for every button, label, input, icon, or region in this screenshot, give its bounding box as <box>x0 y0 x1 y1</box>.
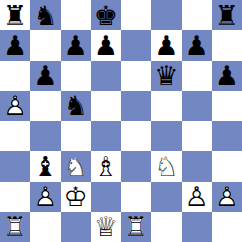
square-e7[interactable] <box>121 30 151 60</box>
black-pawn[interactable]: ♟ <box>151 30 181 60</box>
square-f8[interactable] <box>151 0 181 30</box>
square-g5[interactable] <box>182 91 212 121</box>
square-c7[interactable]: ♟ <box>61 30 91 60</box>
square-b8[interactable]: ♞ <box>30 0 60 30</box>
square-c2[interactable]: ♚♔ <box>61 182 91 212</box>
black-king-glyph: ♚ <box>91 0 121 30</box>
square-c1[interactable] <box>61 212 91 242</box>
square-f4[interactable] <box>151 121 181 151</box>
white-pawn[interactable]: ♟♙ <box>212 182 242 212</box>
square-b7[interactable] <box>30 30 60 60</box>
square-b5[interactable] <box>30 91 60 121</box>
black-rook-glyph: ♜ <box>0 0 30 30</box>
square-b2[interactable]: ♟♙ <box>30 182 60 212</box>
white-knight[interactable]: ♞♘ <box>61 151 91 181</box>
white-pawn[interactable]: ♟♙ <box>0 91 30 121</box>
white-rook[interactable]: ♜♖ <box>0 212 30 242</box>
square-e5[interactable] <box>121 91 151 121</box>
black-rook[interactable]: ♜ <box>0 0 30 30</box>
square-g4[interactable] <box>182 121 212 151</box>
square-d7[interactable]: ♟ <box>91 30 121 60</box>
white-knight-glyph: ♘ <box>151 151 181 181</box>
square-d6[interactable] <box>91 61 121 91</box>
black-knight-glyph: ♞ <box>61 91 91 121</box>
square-f5[interactable] <box>151 91 181 121</box>
square-d1[interactable]: ♛♕ <box>91 212 121 242</box>
square-c5[interactable]: ♞ <box>61 91 91 121</box>
square-a3[interactable] <box>0 151 30 181</box>
square-e3[interactable] <box>121 151 151 181</box>
white-bishop-glyph: ♗ <box>91 151 121 181</box>
square-a8[interactable]: ♜ <box>0 0 30 30</box>
black-pawn[interactable]: ♟ <box>212 61 242 91</box>
square-a4[interactable] <box>0 121 30 151</box>
square-h4[interactable] <box>212 121 242 151</box>
square-b6[interactable]: ♟ <box>30 61 60 91</box>
white-king[interactable]: ♚♔ <box>61 182 91 212</box>
black-bishop[interactable]: ♝ <box>30 151 60 181</box>
black-pawn-glyph: ♟ <box>151 30 181 60</box>
white-king-glyph: ♔ <box>61 182 91 212</box>
square-g8[interactable] <box>182 0 212 30</box>
black-pawn-glyph: ♟ <box>30 61 60 91</box>
black-pawn-glyph: ♟ <box>182 30 212 60</box>
square-c6[interactable] <box>61 61 91 91</box>
white-rook-glyph: ♖ <box>121 212 151 242</box>
square-e1[interactable]: ♜♖ <box>121 212 151 242</box>
square-f2[interactable] <box>151 182 181 212</box>
square-a5[interactable]: ♟♙ <box>0 91 30 121</box>
square-b3[interactable]: ♝ <box>30 151 60 181</box>
square-f3[interactable]: ♞♘ <box>151 151 181 181</box>
chessboard: ♜♞♚♜♟♟♟♟♟♟♛♟♟♙♞♝♞♘♝♗♞♘♟♙♚♔♟♙♟♙♜♖♛♕♜♖ <box>0 0 242 242</box>
square-c3[interactable]: ♞♘ <box>61 151 91 181</box>
square-h6[interactable]: ♟ <box>212 61 242 91</box>
square-h3[interactable] <box>212 151 242 181</box>
black-pawn-glyph: ♟ <box>212 61 242 91</box>
white-rook[interactable]: ♜♖ <box>121 212 151 242</box>
white-knight-glyph: ♘ <box>61 151 91 181</box>
square-c8[interactable] <box>61 0 91 30</box>
black-queen[interactable]: ♛ <box>151 61 181 91</box>
black-knight-glyph: ♞ <box>30 0 60 30</box>
square-h1[interactable] <box>212 212 242 242</box>
white-knight[interactable]: ♞♘ <box>151 151 181 181</box>
black-pawn[interactable]: ♟ <box>61 30 91 60</box>
square-d5[interactable] <box>91 91 121 121</box>
black-pawn[interactable]: ♟ <box>30 61 60 91</box>
white-pawn-glyph: ♙ <box>0 91 30 121</box>
square-h2[interactable]: ♟♙ <box>212 182 242 212</box>
square-e6[interactable] <box>121 61 151 91</box>
square-h5[interactable] <box>212 91 242 121</box>
square-a6[interactable] <box>0 61 30 91</box>
white-queen[interactable]: ♛♕ <box>91 212 121 242</box>
white-queen-glyph: ♕ <box>91 212 121 242</box>
square-f1[interactable] <box>151 212 181 242</box>
black-pawn-glyph: ♟ <box>61 30 91 60</box>
white-pawn[interactable]: ♟♙ <box>182 182 212 212</box>
square-g3[interactable] <box>182 151 212 181</box>
square-h8[interactable]: ♜ <box>212 0 242 30</box>
black-queen-glyph: ♛ <box>151 61 181 91</box>
white-pawn[interactable]: ♟♙ <box>30 182 60 212</box>
white-bishop[interactable]: ♝♗ <box>91 151 121 181</box>
black-pawn[interactable]: ♟ <box>182 30 212 60</box>
white-pawn-glyph: ♙ <box>182 182 212 212</box>
square-a2[interactable] <box>0 182 30 212</box>
square-e2[interactable] <box>121 182 151 212</box>
square-h7[interactable] <box>212 30 242 60</box>
square-g1[interactable] <box>182 212 212 242</box>
square-b4[interactable] <box>30 121 60 151</box>
black-rook-glyph: ♜ <box>212 0 242 30</box>
white-rook-glyph: ♖ <box>0 212 30 242</box>
black-pawn-glyph: ♟ <box>91 30 121 60</box>
square-d3[interactable]: ♝♗ <box>91 151 121 181</box>
black-knight[interactable]: ♞ <box>61 91 91 121</box>
black-king[interactable]: ♚ <box>91 0 121 30</box>
square-b1[interactable] <box>30 212 60 242</box>
square-g6[interactable] <box>182 61 212 91</box>
square-f7[interactable]: ♟ <box>151 30 181 60</box>
white-pawn-glyph: ♙ <box>30 182 60 212</box>
black-rook[interactable]: ♜ <box>212 0 242 30</box>
square-d8[interactable]: ♚ <box>91 0 121 30</box>
square-d2[interactable] <box>91 182 121 212</box>
square-a7[interactable]: ♟ <box>0 30 30 60</box>
black-pawn[interactable]: ♟ <box>0 30 30 60</box>
black-pawn-glyph: ♟ <box>0 30 30 60</box>
black-knight[interactable]: ♞ <box>30 0 60 30</box>
white-pawn-glyph: ♙ <box>212 182 242 212</box>
square-c4[interactable] <box>61 121 91 151</box>
square-e4[interactable] <box>121 121 151 151</box>
square-e8[interactable] <box>121 0 151 30</box>
square-f6[interactable]: ♛ <box>151 61 181 91</box>
square-g2[interactable]: ♟♙ <box>182 182 212 212</box>
square-g7[interactable]: ♟ <box>182 30 212 60</box>
black-pawn[interactable]: ♟ <box>91 30 121 60</box>
square-d4[interactable] <box>91 121 121 151</box>
square-a1[interactable]: ♜♖ <box>0 212 30 242</box>
black-bishop-glyph: ♝ <box>30 151 60 181</box>
